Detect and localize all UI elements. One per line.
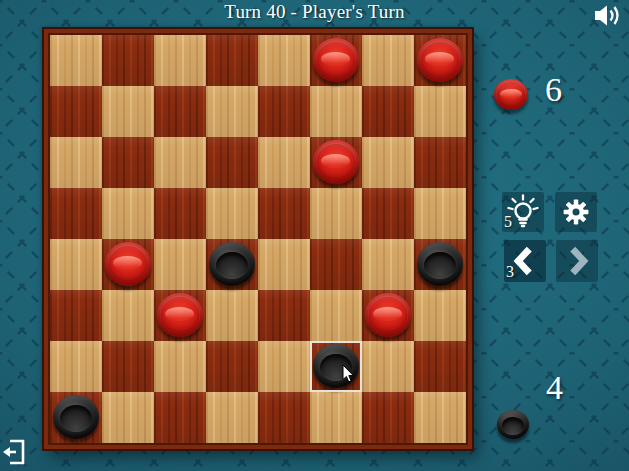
square-r7c5[interactable] — [310, 392, 362, 443]
square-r0c4[interactable] — [258, 35, 310, 86]
square-r6c3[interactable] — [206, 341, 258, 392]
square-r3c6[interactable] — [362, 188, 414, 239]
square-r0c0[interactable] — [50, 35, 102, 86]
red-piece[interactable] — [105, 242, 151, 286]
red-piece[interactable] — [313, 38, 359, 82]
hint-button[interactable]: 5 — [502, 192, 544, 232]
square-r5c5[interactable] — [310, 290, 362, 341]
exit-button[interactable] — [2, 438, 26, 466]
red-piece[interactable] — [365, 293, 411, 337]
square-r1c1[interactable] — [102, 86, 154, 137]
hint-count-badge: 5 — [504, 214, 512, 230]
square-r1c3[interactable] — [206, 86, 258, 137]
square-r4c7[interactable] — [414, 239, 466, 290]
square-r0c2[interactable] — [154, 35, 206, 86]
square-r4c6[interactable] — [362, 239, 414, 290]
square-r6c4[interactable] — [258, 341, 310, 392]
square-r2c1[interactable] — [102, 137, 154, 188]
square-r7c2[interactable] — [154, 392, 206, 443]
square-r0c3[interactable] — [206, 35, 258, 86]
square-r0c7[interactable] — [414, 35, 466, 86]
sound-button[interactable] — [592, 3, 624, 28]
square-r5c0[interactable] — [50, 290, 102, 341]
square-r4c4[interactable] — [258, 239, 310, 290]
square-r0c6[interactable] — [362, 35, 414, 86]
undo-button[interactable]: 3 — [504, 240, 546, 282]
square-r3c2[interactable] — [154, 188, 206, 239]
square-r1c7[interactable] — [414, 86, 466, 137]
square-r3c7[interactable] — [414, 188, 466, 239]
square-r7c7[interactable] — [414, 392, 466, 443]
square-r5c1[interactable] — [102, 290, 154, 341]
square-r6c7[interactable] — [414, 341, 466, 392]
square-r1c0[interactable] — [50, 86, 102, 137]
square-r2c3[interactable] — [206, 137, 258, 188]
chevron-right-icon — [560, 243, 594, 279]
black-piece[interactable] — [53, 395, 99, 439]
checkers-board — [44, 29, 472, 449]
square-r3c0[interactable] — [50, 188, 102, 239]
square-r5c4[interactable] — [258, 290, 310, 341]
red-piece[interactable] — [417, 38, 463, 82]
square-r0c1[interactable] — [102, 35, 154, 86]
square-r1c5[interactable] — [310, 86, 362, 137]
square-r4c1[interactable] — [102, 239, 154, 290]
square-r4c3[interactable] — [206, 239, 258, 290]
square-r5c3[interactable] — [206, 290, 258, 341]
mouse-arrow-cursor — [342, 364, 356, 383]
square-r6c6[interactable] — [362, 341, 414, 392]
square-r2c2[interactable] — [154, 137, 206, 188]
black-counter-piece — [497, 410, 529, 439]
square-r1c2[interactable] — [154, 86, 206, 137]
square-r3c3[interactable] — [206, 188, 258, 239]
square-r6c0[interactable] — [50, 341, 102, 392]
square-r5c7[interactable] — [414, 290, 466, 341]
square-r3c5[interactable] — [310, 188, 362, 239]
square-r3c1[interactable] — [102, 188, 154, 239]
black-piece[interactable] — [209, 242, 255, 286]
square-r2c0[interactable] — [50, 137, 102, 188]
square-r4c0[interactable] — [50, 239, 102, 290]
board-grid — [50, 35, 466, 443]
red-count: 6 — [545, 73, 562, 107]
square-r4c2[interactable] — [154, 239, 206, 290]
square-r2c4[interactable] — [258, 137, 310, 188]
gear-icon — [560, 196, 592, 228]
red-piece[interactable] — [313, 140, 359, 184]
square-r6c2[interactable] — [154, 341, 206, 392]
square-r1c6[interactable] — [362, 86, 414, 137]
turn-indicator: Turn 40 - Player's Turn — [0, 1, 629, 23]
undo-count-badge: 3 — [506, 264, 514, 280]
speaker-icon — [592, 3, 624, 28]
red-piece[interactable] — [157, 293, 203, 337]
exit-door-icon — [2, 438, 26, 466]
square-r0c5[interactable] — [310, 35, 362, 86]
square-r7c3[interactable] — [206, 392, 258, 443]
red-counter-piece — [494, 79, 528, 110]
black-piece[interactable] — [417, 242, 463, 286]
square-r2c6[interactable] — [362, 137, 414, 188]
checkers-app: { "game": "checkers", "header": { "title… — [0, 0, 629, 471]
settings-button[interactable] — [555, 192, 597, 232]
square-r3c4[interactable] — [258, 188, 310, 239]
square-r2c5[interactable] — [310, 137, 362, 188]
square-r2c7[interactable] — [414, 137, 466, 188]
black-count: 4 — [546, 371, 563, 405]
square-r7c6[interactable] — [362, 392, 414, 443]
square-r5c2[interactable] — [154, 290, 206, 341]
square-r5c6[interactable] — [362, 290, 414, 341]
square-r7c4[interactable] — [258, 392, 310, 443]
square-r6c1[interactable] — [102, 341, 154, 392]
square-r7c0[interactable] — [50, 392, 102, 443]
square-r7c1[interactable] — [102, 392, 154, 443]
square-r4c5[interactable] — [310, 239, 362, 290]
redo-button[interactable] — [556, 240, 598, 282]
square-r1c4[interactable] — [258, 86, 310, 137]
